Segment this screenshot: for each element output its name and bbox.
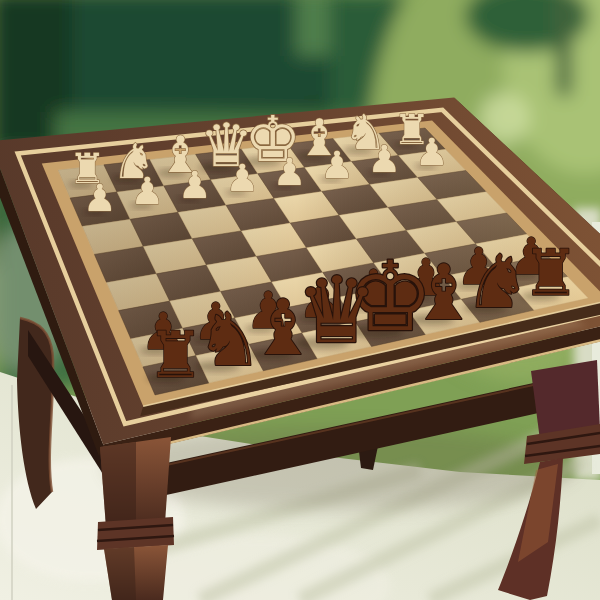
piece-light-pawn-g7: ♟ — [368, 137, 402, 181]
piece-light-pawn-h7: ♟ — [415, 130, 449, 174]
scene: ♜♞♝♚♟♛♟♝♞♟♜♟♟♟♟♟♟♟♟♜♟♞♟♝♟♚♟♛♟♝♞♜ — [0, 0, 600, 600]
front-left-leg-shade — [100, 442, 136, 527]
chess-table-photo: ♜♞♝♚♟♛♟♝♞♟♜♟♟♟♟♟♟♟♟♜♟♞♟♝♟♚♟♛♟♝♞♜ — [0, 0, 600, 600]
piece-light-pawn-e7: ♟ — [273, 150, 307, 194]
piece-light-pawn-c7: ♟ — [178, 163, 212, 207]
piece-light-pawn-f7: ♟ — [320, 143, 354, 187]
piece-light-pawn-a7: ♟ — [83, 176, 117, 220]
piece-light-pawn-b7: ♟ — [130, 169, 164, 213]
twig — [556, 0, 572, 96]
front-left-leg-ring — [97, 517, 174, 550]
piece-dark-knight-b1: ♞ — [196, 297, 262, 382]
piece-light-pawn-d7: ♟ — [225, 156, 259, 200]
piece-dark-rook-a1: ♜ — [147, 318, 204, 392]
